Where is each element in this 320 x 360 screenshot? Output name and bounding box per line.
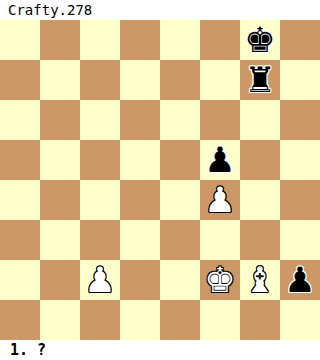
square-e2[interactable] [160,260,200,300]
square-c1[interactable] [80,300,120,340]
square-h8[interactable] [280,20,320,60]
square-e6[interactable] [160,100,200,140]
square-b8[interactable] [40,20,80,60]
square-d5[interactable] [120,140,160,180]
square-d8[interactable] [120,20,160,60]
square-g1[interactable] [240,300,280,340]
square-c8[interactable] [80,20,120,60]
square-b3[interactable] [40,220,80,260]
square-b6[interactable] [40,100,80,140]
square-f3[interactable] [200,220,240,260]
square-a8[interactable] [0,20,40,60]
square-g7[interactable]: ♜ [240,60,280,100]
square-a2[interactable] [0,260,40,300]
square-a4[interactable] [0,180,40,220]
square-c6[interactable] [80,100,120,140]
square-f1[interactable] [200,300,240,340]
square-b7[interactable] [40,60,80,100]
square-g4[interactable] [240,180,280,220]
square-f6[interactable] [200,100,240,140]
chess-board: ♚♜♟♟♟♚♝♟ [0,20,320,340]
square-c7[interactable] [80,60,120,100]
square-a6[interactable] [0,100,40,140]
piece-white-pawn-c2[interactable]: ♟ [80,260,120,300]
square-b4[interactable] [40,180,80,220]
window-title: Crafty.278 [0,0,320,20]
square-g2[interactable]: ♝ [240,260,280,300]
piece-white-pawn-f4[interactable]: ♟ [200,180,240,220]
square-e1[interactable] [160,300,200,340]
square-a3[interactable] [0,220,40,260]
square-h5[interactable] [280,140,320,180]
square-b5[interactable] [40,140,80,180]
square-g5[interactable] [240,140,280,180]
piece-black-pawn-f5[interactable]: ♟ [200,140,240,180]
square-h6[interactable] [280,100,320,140]
square-g6[interactable] [240,100,280,140]
square-d1[interactable] [120,300,160,340]
square-f5[interactable]: ♟ [200,140,240,180]
square-d3[interactable] [120,220,160,260]
piece-white-bishop-g2[interactable]: ♝ [240,260,280,300]
square-d4[interactable] [120,180,160,220]
square-b1[interactable] [40,300,80,340]
square-f4[interactable]: ♟ [200,180,240,220]
square-d6[interactable] [120,100,160,140]
square-e8[interactable] [160,20,200,60]
square-e4[interactable] [160,180,200,220]
square-c4[interactable] [80,180,120,220]
square-a7[interactable] [0,60,40,100]
square-c3[interactable] [80,220,120,260]
square-h4[interactable] [280,180,320,220]
square-e5[interactable] [160,140,200,180]
square-b2[interactable] [40,260,80,300]
piece-black-rook-g7[interactable]: ♜ [240,60,280,100]
square-d2[interactable] [120,260,160,300]
square-c2[interactable]: ♟ [80,260,120,300]
square-a1[interactable] [0,300,40,340]
piece-black-king-g8[interactable]: ♚ [240,20,280,60]
piece-black-pawn-h2[interactable]: ♟ [280,260,320,300]
square-c5[interactable] [80,140,120,180]
square-a5[interactable] [0,140,40,180]
square-f7[interactable] [200,60,240,100]
square-h2[interactable]: ♟ [280,260,320,300]
square-e3[interactable] [160,220,200,260]
square-h1[interactable] [280,300,320,340]
square-f8[interactable] [200,20,240,60]
crafty-window: Crafty.278 ♚♜♟♟♟♚♝♟ 1. ? [0,0,320,360]
square-g3[interactable] [240,220,280,260]
square-d7[interactable] [120,60,160,100]
move-prompt: 1. ? [0,340,320,360]
square-h7[interactable] [280,60,320,100]
square-f2[interactable]: ♚ [200,260,240,300]
square-e7[interactable] [160,60,200,100]
square-g8[interactable]: ♚ [240,20,280,60]
piece-white-king-f2[interactable]: ♚ [200,260,240,300]
square-h3[interactable] [280,220,320,260]
